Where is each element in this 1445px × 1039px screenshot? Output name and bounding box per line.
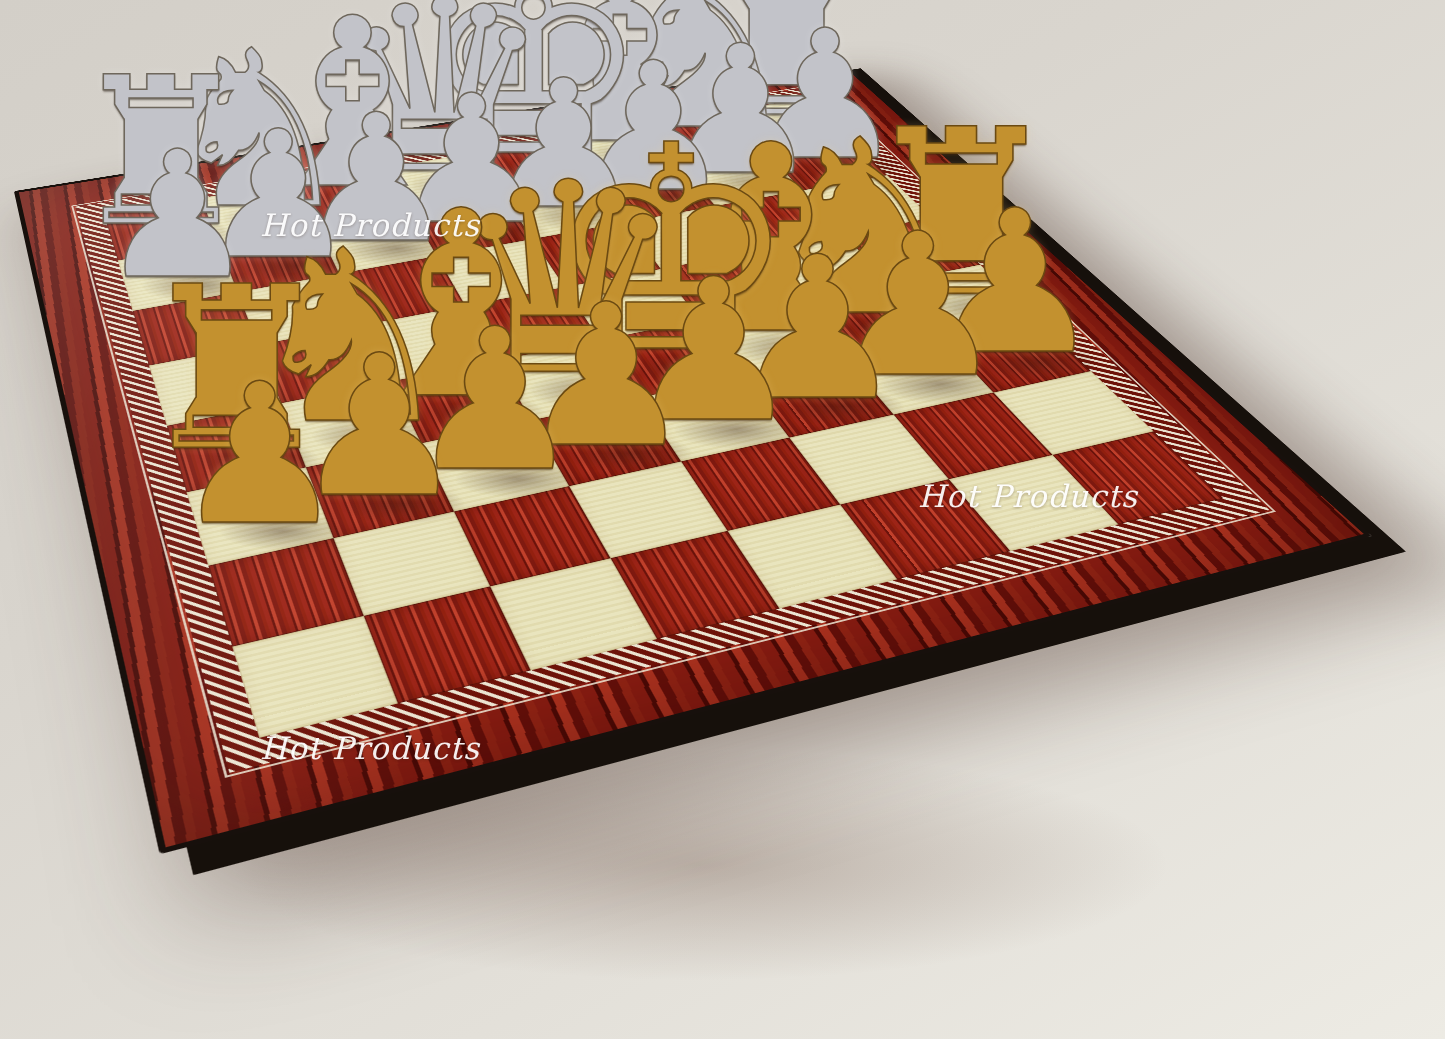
product-photo-scene: ♜♞♝♛♚♝♞♜♟♟♟♟♟♟♟♟♜♞♝♛♚♝♞♜♟♟♟♟♟♟♟♟ Hot Pro…: [0, 0, 1445, 1039]
watermark-text: Hot Products: [260, 730, 480, 766]
chess-piece-gold-pawn[interactable]: ♟: [173, 357, 347, 551]
watermark-text: Hot Products: [260, 207, 480, 243]
watermark-text: Hot Products: [918, 478, 1138, 514]
